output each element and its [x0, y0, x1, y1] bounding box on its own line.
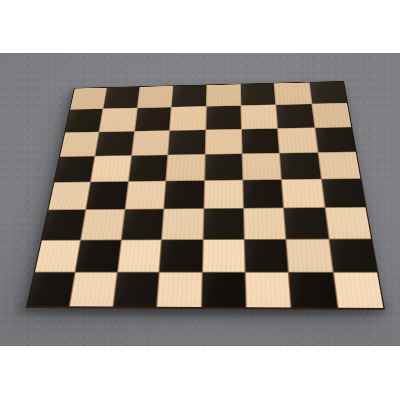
square-c8: [138, 86, 173, 108]
square-g8: [275, 82, 311, 104]
square-g1: [289, 272, 336, 307]
square-b8: [104, 87, 140, 109]
square-a4: [48, 182, 90, 209]
square-h7: [312, 104, 351, 127]
square-d6: [168, 130, 204, 155]
square-g7: [277, 104, 314, 127]
square-d3: [162, 209, 203, 239]
square-h4: [322, 179, 366, 207]
square-b6: [96, 131, 134, 155]
square-d7: [170, 107, 205, 130]
chessboard: [26, 81, 385, 310]
square-d4: [164, 181, 203, 209]
square-a7: [65, 109, 102, 132]
square-g5: [280, 153, 320, 179]
square-g3: [284, 208, 328, 238]
square-c5: [129, 155, 168, 181]
square-d8: [172, 85, 206, 107]
square-f3: [244, 208, 286, 238]
square-e3: [203, 209, 243, 239]
square-h5: [318, 152, 360, 179]
square-c4: [125, 181, 165, 209]
square-f5: [243, 153, 282, 179]
square-e2: [202, 239, 244, 271]
square-e5: [205, 154, 243, 180]
square-f2: [245, 239, 288, 271]
square-c3: [122, 210, 164, 240]
bottom-white-band: [0, 346, 400, 400]
square-e8: [206, 84, 240, 106]
square-d2: [160, 240, 202, 272]
square-h1: [333, 273, 383, 308]
square-e6: [205, 129, 241, 154]
square-h6: [315, 127, 355, 152]
square-c6: [132, 131, 169, 155]
square-b1: [70, 272, 116, 306]
square-c7: [135, 108, 171, 131]
square-b3: [82, 210, 125, 239]
photo-background: [0, 53, 400, 346]
square-b5: [91, 156, 130, 182]
square-f7: [241, 105, 277, 128]
square-h3: [325, 208, 371, 238]
square-a2: [35, 240, 80, 271]
square-e4: [204, 180, 243, 208]
square-f6: [242, 128, 279, 153]
square-b4: [87, 182, 128, 210]
square-g4: [282, 179, 324, 207]
square-h8: [309, 82, 347, 104]
square-g2: [287, 239, 332, 271]
product-photo-page: [0, 0, 400, 400]
square-d5: [166, 155, 204, 181]
square-a6: [60, 132, 99, 156]
square-a5: [54, 156, 94, 182]
square-e1: [202, 272, 246, 307]
square-f4: [243, 180, 283, 208]
square-a3: [42, 210, 86, 239]
square-c1: [114, 272, 159, 306]
square-d1: [157, 272, 201, 307]
square-f1: [246, 272, 291, 307]
square-c2: [118, 240, 161, 272]
square-a1: [28, 272, 75, 306]
square-h2: [329, 239, 377, 272]
top-white-band: [0, 0, 400, 53]
square-a8: [70, 88, 106, 110]
square-f8: [241, 83, 276, 105]
square-g6: [278, 128, 317, 153]
square-e7: [206, 106, 241, 129]
square-b2: [76, 240, 120, 272]
square-b7: [100, 108, 137, 131]
